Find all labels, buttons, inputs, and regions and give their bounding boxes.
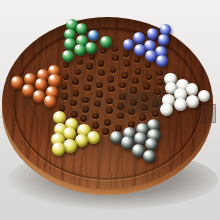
hole-c4-r6[interactable] — [61, 84, 68, 91]
hole-c12-r4[interactable] — [156, 70, 162, 76]
hole-c10-r2[interactable] — [134, 57, 140, 63]
hole-c9-r1[interactable] — [123, 51, 129, 57]
hole-c11-r5[interactable] — [143, 83, 150, 90]
marble-black[interactable] — [143, 150, 157, 164]
marble-green[interactable] — [85, 42, 97, 54]
marble-blue[interactable] — [156, 55, 168, 67]
hole-c8-r0[interactable] — [112, 46, 118, 52]
marble-white[interactable] — [186, 83, 199, 96]
marble-yellow[interactable] — [75, 134, 88, 147]
marble-blue[interactable] — [145, 50, 157, 62]
hole-c6-r5[interactable] — [84, 85, 91, 92]
hole-c7-r4[interactable] — [96, 82, 103, 89]
marble-blue[interactable] — [158, 34, 170, 46]
hole-c12-r5[interactable] — [157, 79, 164, 86]
marble-green[interactable] — [88, 30, 100, 42]
marble-green[interactable] — [100, 36, 112, 48]
hole-c4-r5[interactable] — [63, 74, 69, 80]
hole-c9-r4[interactable] — [119, 82, 126, 89]
marble-white[interactable] — [174, 98, 187, 111]
hole-c7-r1[interactable] — [100, 48, 106, 54]
marble-orange[interactable] — [48, 74, 61, 87]
marble-blue[interactable] — [134, 44, 146, 56]
hole-c6-r3[interactable] — [86, 63, 92, 69]
marble-green[interactable] — [62, 50, 74, 62]
hole-c6-r2[interactable] — [89, 54, 95, 60]
hole-c5-r5[interactable] — [72, 78, 79, 85]
hole-c10-r3[interactable] — [135, 68, 141, 74]
hole-c9-r2[interactable] — [124, 60, 130, 66]
hole-c4-r4[interactable] — [63, 62, 69, 68]
marble-orange[interactable] — [35, 78, 48, 91]
product-photo-scene: REPLICARTZ — [0, 0, 220, 220]
marble-yellow[interactable] — [52, 142, 66, 156]
marble-green[interactable] — [76, 23, 88, 35]
marble-blue[interactable] — [147, 28, 159, 40]
hole-c7-r2[interactable] — [98, 60, 104, 66]
hole-c8-r1[interactable] — [112, 55, 118, 61]
hole-c8-r2[interactable] — [110, 67, 116, 73]
marble-yellow[interactable] — [63, 139, 77, 153]
hole-c10-r4[interactable] — [132, 78, 139, 85]
hole-c9-r3[interactable] — [121, 72, 127, 78]
hole-c6-r4[interactable] — [87, 75, 93, 81]
marble-blue[interactable] — [133, 32, 145, 44]
hole-c7-r3[interactable] — [98, 70, 104, 76]
marble-white[interactable] — [186, 95, 199, 108]
hole-c8-r4[interactable] — [108, 86, 115, 93]
marble-green[interactable] — [74, 44, 86, 56]
hole-c5-r3[interactable] — [77, 59, 83, 65]
hole-c11-r3[interactable] — [145, 62, 151, 68]
hole-c5-r4[interactable] — [75, 69, 81, 75]
hole-c8-r3[interactable] — [108, 76, 115, 83]
marble-yellow[interactable] — [87, 131, 100, 144]
hole-c11-r4[interactable] — [146, 74, 152, 80]
marble-orange[interactable] — [11, 76, 24, 89]
marble-blue[interactable] — [123, 39, 135, 51]
hole-c8-r8[interactable] — [102, 128, 109, 135]
